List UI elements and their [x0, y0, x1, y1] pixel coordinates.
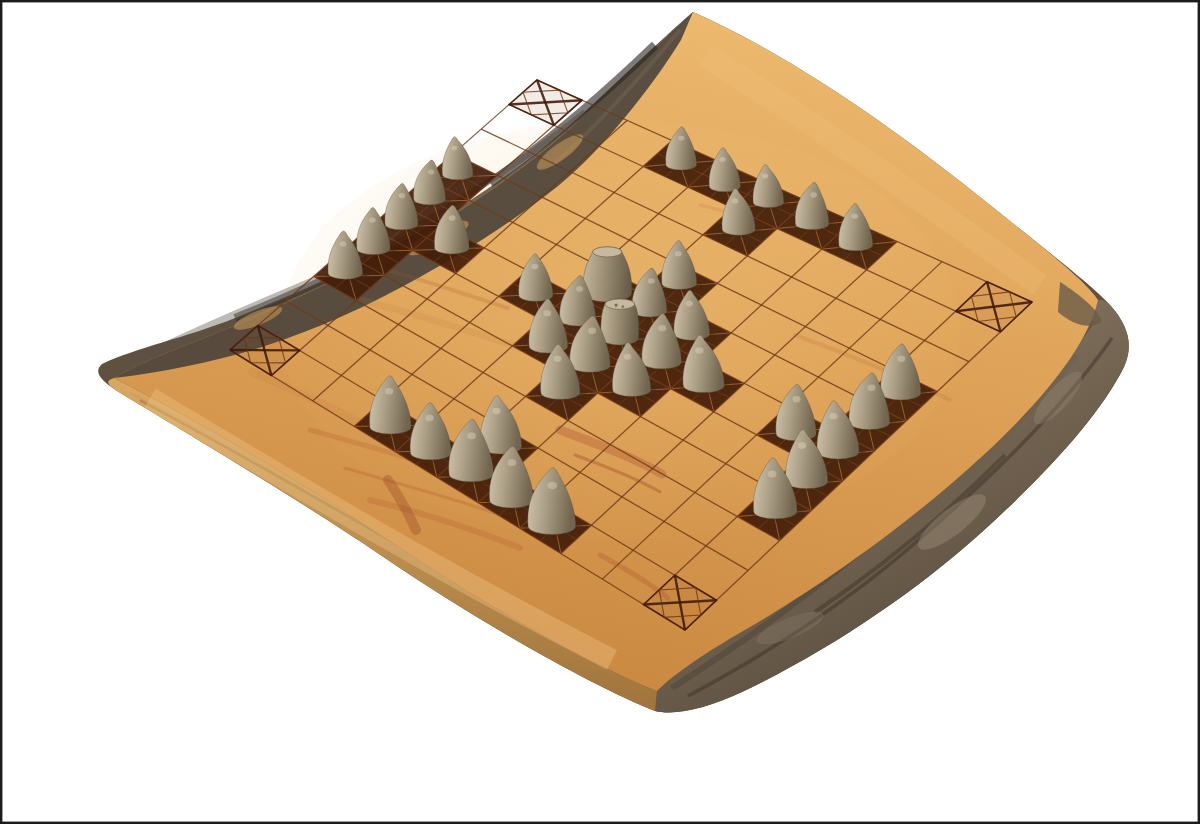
product-photo-canvas — [0, 0, 1200, 824]
hnefatafl-board-photo — [0, 0, 1200, 824]
